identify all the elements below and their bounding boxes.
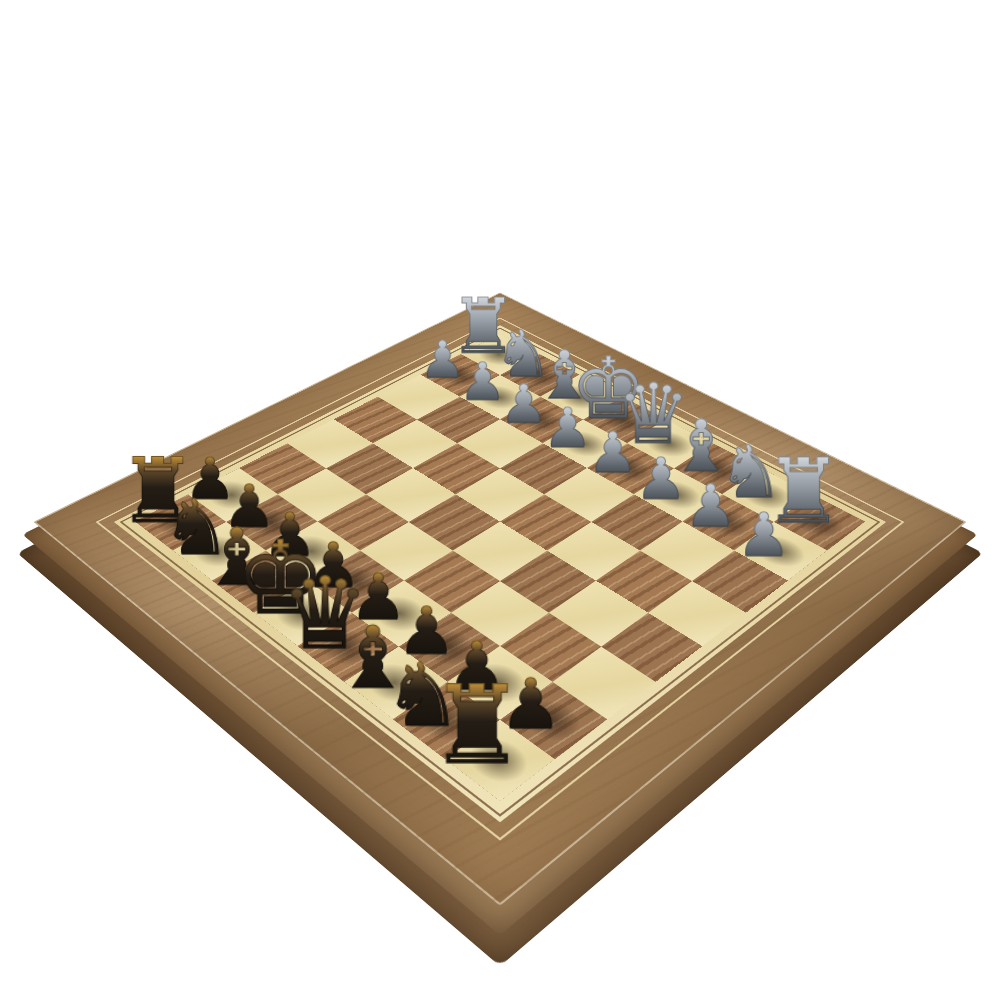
product-photo-scene: ♜♞♝♚♛♝♞♜♟♟♟♟♟♟♟♟♟♟♟♟♟♟♟♟♜♞♝♚♛♝♞♜ xyxy=(0,0,1000,1000)
chess-board: ♜♞♝♚♛♝♞♜♟♟♟♟♟♟♟♟♟♟♟♟♟♟♟♟♜♞♝♚♛♝♞♜ xyxy=(33,292,966,906)
